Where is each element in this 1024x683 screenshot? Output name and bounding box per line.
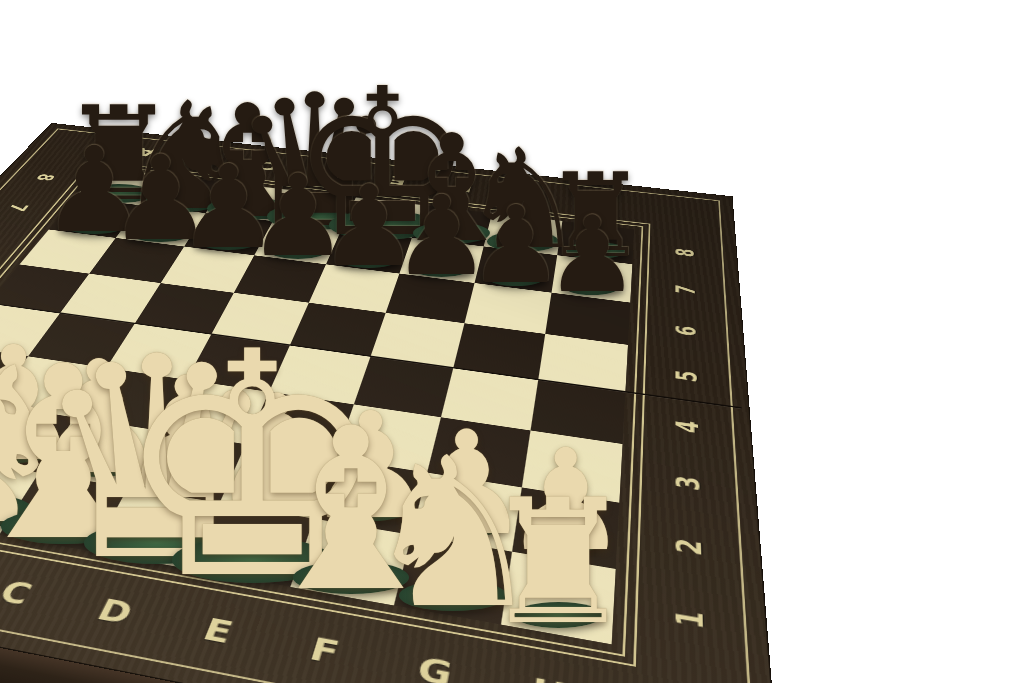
chess-set-photo: ABCDEFGH ABCDEFGH 87654321 87654321 ♜♞♝♛… [0,0,1024,683]
rank-label-right-4: 4 [641,395,736,459]
rank-label-right-8: 8 [647,232,724,275]
rank-labels-right: 87654321 [637,231,747,668]
rank-label-right-7: 7 [646,267,727,314]
rank-label-right-6: 6 [644,306,729,358]
rank-label-right-1: 1 [634,574,749,667]
box-right-side [715,196,780,683]
piece-black-pawn-h7[interactable]: ♟ [545,203,639,308]
piece-white-rook-h1[interactable]: ♜ [481,477,635,649]
rank-label-right-5: 5 [643,348,733,405]
rank-label-right-3: 3 [639,448,740,520]
rank-label-right-2: 2 [637,507,745,588]
box-fold-seam-right [725,387,747,477]
square-g5[interactable] [453,323,545,379]
